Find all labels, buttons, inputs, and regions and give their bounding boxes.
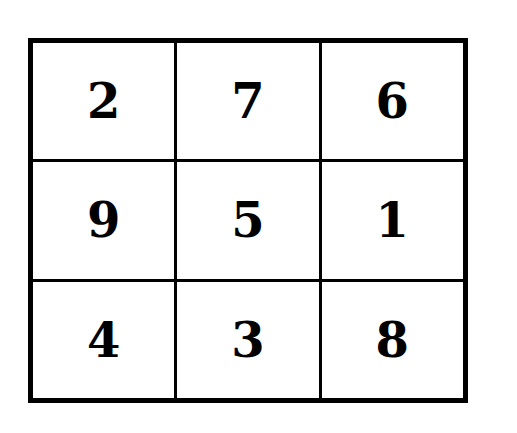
cell-value-r2c3: 1 xyxy=(376,196,409,244)
cell-value-r2c1: 9 xyxy=(87,196,120,244)
cell-value-r2c2: 5 xyxy=(231,196,264,244)
cell-r2c3: 1 xyxy=(322,162,463,278)
cell-value-r3c1: 4 xyxy=(87,316,120,364)
cell-r3c1: 4 xyxy=(33,282,174,398)
cell-r1c2: 7 xyxy=(177,43,318,159)
cell-r2c2: 5 xyxy=(177,162,318,278)
cell-r1c3: 6 xyxy=(322,43,463,159)
cell-r1c1: 2 xyxy=(33,43,174,159)
cell-value-r1c1: 2 xyxy=(87,77,120,125)
cell-value-r3c3: 8 xyxy=(376,316,409,364)
cell-value-r1c2: 7 xyxy=(231,77,264,125)
cell-value-r1c3: 6 xyxy=(376,77,409,125)
cell-r3c3: 8 xyxy=(322,282,463,398)
cell-r2c1: 9 xyxy=(33,162,174,278)
magic-square-board: 2 7 6 9 5 1 4 3 8 xyxy=(28,38,468,403)
cell-r3c2: 3 xyxy=(177,282,318,398)
magic-square-page: 2 7 6 9 5 1 4 3 8 xyxy=(0,0,517,433)
cell-value-r3c2: 3 xyxy=(231,316,264,364)
